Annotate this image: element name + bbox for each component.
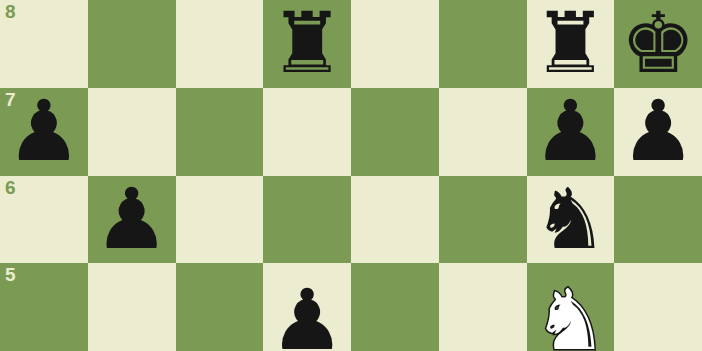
white-knight[interactable]: ♞ bbox=[533, 277, 608, 351]
chess-board: 8♜♜♚7♟♟♟6♟♞5♟♞ bbox=[0, 0, 702, 351]
square-g5[interactable]: ♞ bbox=[527, 263, 615, 351]
rank-label-7: 7 bbox=[5, 90, 16, 109]
rank-label-8: 8 bbox=[5, 2, 16, 21]
square-g7[interactable]: ♟ bbox=[527, 88, 615, 176]
square-h7[interactable]: ♟ bbox=[614, 88, 702, 176]
square-c6[interactable] bbox=[176, 176, 264, 264]
square-d5[interactable]: ♟ bbox=[263, 263, 351, 351]
black-pawn[interactable]: ♟ bbox=[533, 88, 608, 176]
rank-label-6: 6 bbox=[5, 178, 16, 197]
square-e7[interactable] bbox=[351, 88, 439, 176]
black-pawn[interactable]: ♟ bbox=[6, 88, 81, 176]
square-f8[interactable] bbox=[439, 0, 527, 88]
square-d8[interactable]: ♜ bbox=[263, 0, 351, 88]
square-f5[interactable] bbox=[439, 263, 527, 351]
square-b8[interactable] bbox=[88, 0, 176, 88]
square-h8[interactable]: ♚ bbox=[614, 0, 702, 88]
square-g6[interactable]: ♞ bbox=[527, 176, 615, 264]
square-h5[interactable] bbox=[614, 263, 702, 351]
square-c8[interactable] bbox=[176, 0, 264, 88]
square-e8[interactable] bbox=[351, 0, 439, 88]
black-pawn[interactable]: ♟ bbox=[269, 277, 344, 351]
square-a6[interactable]: 6 bbox=[0, 176, 88, 264]
square-h6[interactable] bbox=[614, 176, 702, 264]
square-g8[interactable]: ♜ bbox=[527, 0, 615, 88]
square-e6[interactable] bbox=[351, 176, 439, 264]
square-c7[interactable] bbox=[176, 88, 264, 176]
square-b6[interactable]: ♟ bbox=[88, 176, 176, 264]
black-rook[interactable]: ♜ bbox=[533, 0, 608, 88]
square-d6[interactable] bbox=[263, 176, 351, 264]
rank-label-5: 5 bbox=[5, 265, 16, 284]
square-a8[interactable]: 8 bbox=[0, 0, 88, 88]
square-d7[interactable] bbox=[263, 88, 351, 176]
square-c5[interactable] bbox=[176, 263, 264, 351]
black-pawn[interactable]: ♟ bbox=[620, 88, 695, 176]
square-a5[interactable]: 5 bbox=[0, 263, 88, 351]
square-b7[interactable] bbox=[88, 88, 176, 176]
square-e5[interactable] bbox=[351, 263, 439, 351]
square-b5[interactable] bbox=[88, 263, 176, 351]
black-rook[interactable]: ♜ bbox=[269, 0, 344, 88]
black-knight[interactable]: ♞ bbox=[533, 176, 608, 264]
square-f6[interactable] bbox=[439, 176, 527, 264]
square-a7[interactable]: 7♟ bbox=[0, 88, 88, 176]
black-pawn[interactable]: ♟ bbox=[94, 176, 169, 264]
black-king[interactable]: ♚ bbox=[620, 0, 695, 88]
square-f7[interactable] bbox=[439, 88, 527, 176]
